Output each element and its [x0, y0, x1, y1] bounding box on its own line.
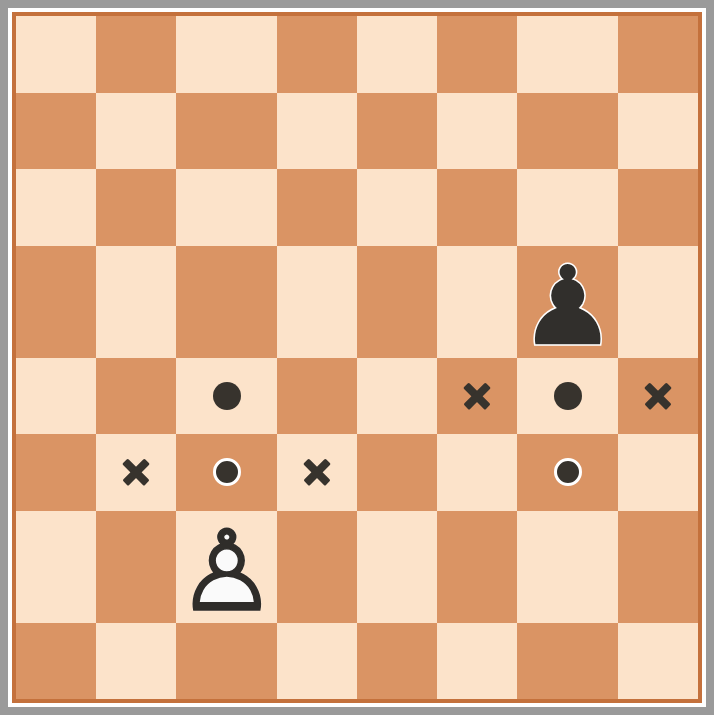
capture-x-marker[interactable]: [121, 457, 151, 487]
square-b8[interactable]: [96, 16, 176, 93]
square-f2[interactable]: [437, 511, 517, 623]
square-d8[interactable]: [277, 16, 357, 93]
square-c2[interactable]: ♟♙: [176, 511, 276, 623]
square-c5[interactable]: [176, 246, 276, 358]
square-a2[interactable]: [16, 511, 96, 623]
square-c7[interactable]: [176, 93, 276, 170]
square-b7[interactable]: [96, 93, 176, 170]
square-d5[interactable]: [277, 246, 357, 358]
square-h6[interactable]: [618, 169, 698, 246]
square-c6[interactable]: [176, 169, 276, 246]
square-c4[interactable]: [176, 358, 276, 435]
square-e4[interactable]: [357, 358, 437, 435]
square-a5[interactable]: [16, 246, 96, 358]
square-h5[interactable]: [618, 246, 698, 358]
square-g3[interactable]: [517, 434, 617, 511]
square-f3[interactable]: [437, 434, 517, 511]
square-g6[interactable]: [517, 169, 617, 246]
square-h2[interactable]: [618, 511, 698, 623]
black-pawn-glyph: ♟: [517, 250, 617, 362]
square-d3[interactable]: [277, 434, 357, 511]
square-f8[interactable]: [437, 16, 517, 93]
square-a6[interactable]: [16, 169, 96, 246]
square-g1[interactable]: [517, 623, 617, 700]
move-dot-marker[interactable]: [554, 382, 582, 410]
square-d2[interactable]: [277, 511, 357, 623]
square-b1[interactable]: [96, 623, 176, 700]
square-g7[interactable]: [517, 93, 617, 170]
square-a8[interactable]: [16, 16, 96, 93]
square-e1[interactable]: [357, 623, 437, 700]
square-g4[interactable]: [517, 358, 617, 435]
square-b6[interactable]: [96, 169, 176, 246]
move-dot-marker[interactable]: [213, 382, 241, 410]
square-e2[interactable]: [357, 511, 437, 623]
square-d6[interactable]: [277, 169, 357, 246]
square-b4[interactable]: [96, 358, 176, 435]
page-background: ♟♟♙: [0, 0, 714, 715]
square-h7[interactable]: [618, 93, 698, 170]
square-f7[interactable]: [437, 93, 517, 170]
square-e8[interactable]: [357, 16, 437, 93]
white-pawn[interactable]: ♟♙: [176, 515, 276, 627]
board-edge-frame: ♟♟♙: [12, 12, 702, 703]
square-h8[interactable]: [618, 16, 698, 93]
square-h3[interactable]: [618, 434, 698, 511]
square-d7[interactable]: [277, 93, 357, 170]
square-c1[interactable]: [176, 623, 276, 700]
square-a7[interactable]: [16, 93, 96, 170]
square-a3[interactable]: [16, 434, 96, 511]
board-inner-frame: ♟♟♙: [8, 8, 706, 707]
square-b2[interactable]: [96, 511, 176, 623]
square-c8[interactable]: [176, 16, 276, 93]
square-e3[interactable]: [357, 434, 437, 511]
square-a1[interactable]: [16, 623, 96, 700]
square-c3[interactable]: [176, 434, 276, 511]
chess-board: ♟♟♙: [16, 16, 698, 699]
move-dot-marker[interactable]: [554, 458, 582, 486]
capture-x-marker[interactable]: [302, 457, 332, 487]
square-g2[interactable]: [517, 511, 617, 623]
square-f4[interactable]: [437, 358, 517, 435]
square-e6[interactable]: [357, 169, 437, 246]
square-d1[interactable]: [277, 623, 357, 700]
square-g5[interactable]: ♟: [517, 246, 617, 358]
square-h1[interactable]: [618, 623, 698, 700]
capture-x-marker[interactable]: [643, 381, 673, 411]
square-e7[interactable]: [357, 93, 437, 170]
square-b3[interactable]: [96, 434, 176, 511]
square-e5[interactable]: [357, 246, 437, 358]
square-h4[interactable]: [618, 358, 698, 435]
square-d4[interactable]: [277, 358, 357, 435]
square-a4[interactable]: [16, 358, 96, 435]
move-dot-marker[interactable]: [213, 458, 241, 486]
white-pawn-outline-glyph: ♙: [176, 515, 276, 627]
square-f5[interactable]: [437, 246, 517, 358]
square-f1[interactable]: [437, 623, 517, 700]
black-pawn[interactable]: ♟: [517, 250, 617, 362]
square-g8[interactable]: [517, 16, 617, 93]
capture-x-marker[interactable]: [462, 381, 492, 411]
square-f6[interactable]: [437, 169, 517, 246]
square-b5[interactable]: [96, 246, 176, 358]
